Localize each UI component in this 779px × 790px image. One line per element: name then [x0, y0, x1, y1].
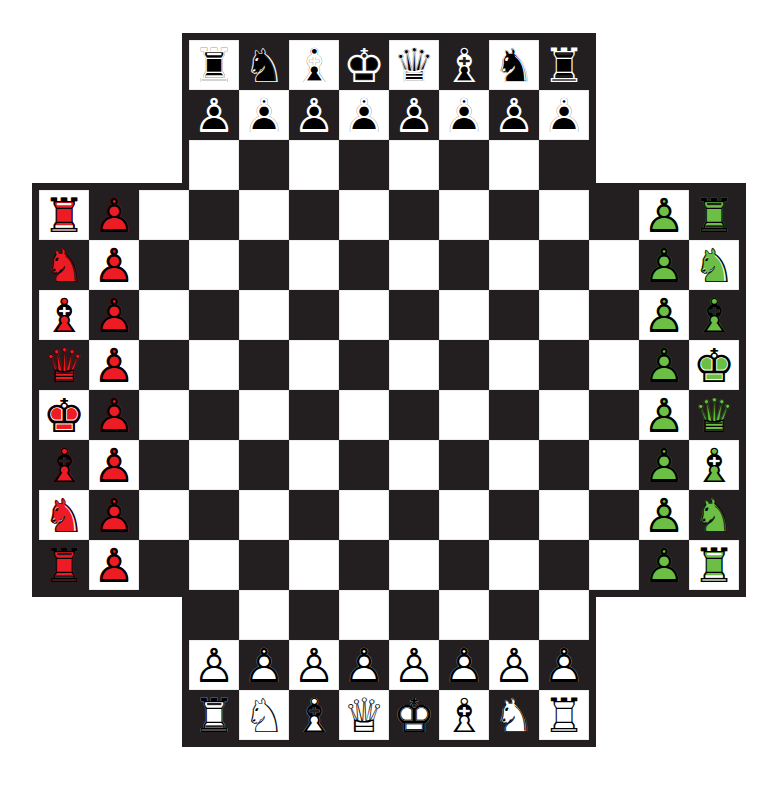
square-g7[interactable] [339, 390, 389, 440]
square-g9[interactable] [339, 290, 389, 340]
black-pawn[interactable]: ♟♙ [289, 90, 339, 140]
white-pawn[interactable]: ♟♙ [289, 640, 339, 690]
piece-fill-layer: ♟ [489, 640, 539, 690]
white-bishop[interactable]: ♝♗ [289, 690, 339, 740]
square-f3[interactable] [289, 590, 339, 640]
piece-outline-layer: ♙ [89, 490, 139, 540]
square-f7[interactable] [289, 390, 339, 440]
green-pawn[interactable]: ♟♙ [639, 490, 689, 540]
piece-fill-layer: ♝ [39, 290, 89, 340]
red-rook[interactable]: ♜♖ [39, 540, 89, 590]
piece-outline-layer: ♙ [639, 540, 689, 590]
square-i11[interactable] [439, 190, 489, 240]
board-cutout [89, 640, 139, 690]
piece-fill-layer: ♛ [689, 390, 739, 440]
square-k12[interactable] [539, 140, 589, 190]
square-b5[interactable]: ♟♙ [89, 490, 139, 540]
black-pawn[interactable]: ♟♙ [539, 90, 589, 140]
green-pawn[interactable]: ♟♙ [639, 290, 689, 340]
red-bishop[interactable]: ♝♗ [39, 290, 89, 340]
board-cutout [89, 90, 139, 140]
square-k13[interactable]: ♟♙ [539, 90, 589, 140]
square-l6[interactable] [589, 440, 639, 490]
white-rook[interactable]: ♜♖ [189, 690, 239, 740]
square-e6[interactable] [239, 440, 289, 490]
green-pawn[interactable]: ♟♙ [639, 540, 689, 590]
green-rook[interactable]: ♜♖ [689, 190, 739, 240]
square-i13[interactable]: ♟♙ [439, 90, 489, 140]
square-e8[interactable] [239, 340, 289, 390]
square-f13[interactable]: ♟♙ [289, 90, 339, 140]
piece-outline-layer: ♙ [639, 440, 689, 490]
white-pawn[interactable]: ♟♙ [389, 640, 439, 690]
square-g12[interactable] [339, 140, 389, 190]
square-f12[interactable] [289, 140, 339, 190]
red-pawn[interactable]: ♟♙ [89, 340, 139, 390]
square-f8[interactable] [289, 340, 339, 390]
square-j7[interactable] [489, 390, 539, 440]
piece-fill-layer: ♟ [389, 90, 439, 140]
square-j3[interactable] [489, 590, 539, 640]
square-k11[interactable] [539, 190, 589, 240]
square-k2[interactable]: ♟♙ [539, 640, 589, 690]
square-j10[interactable] [489, 240, 539, 290]
square-i6[interactable] [439, 440, 489, 490]
square-f14[interactable]: ♝♗ [289, 40, 339, 90]
square-c8[interactable] [139, 340, 189, 390]
square-l4[interactable] [589, 540, 639, 590]
square-c7[interactable] [139, 390, 189, 440]
square-i8[interactable] [439, 340, 489, 390]
square-h10[interactable] [389, 240, 439, 290]
piece-fill-layer: ♟ [339, 90, 389, 140]
square-l9[interactable] [589, 290, 639, 340]
piece-fill-layer: ♚ [39, 390, 89, 440]
square-g6[interactable] [339, 440, 389, 490]
square-b8[interactable]: ♟♙ [89, 340, 139, 390]
red-pawn[interactable]: ♟♙ [89, 240, 139, 290]
red-king[interactable]: ♚♔ [39, 390, 89, 440]
piece-outline-layer: ♗ [439, 690, 489, 740]
white-knight[interactable]: ♞♘ [239, 690, 289, 740]
white-pawn[interactable]: ♟♙ [439, 640, 489, 690]
piece-outline-layer: ♗ [39, 440, 89, 490]
board-cutout [589, 90, 639, 140]
piece-outline-layer: ♙ [489, 90, 539, 140]
square-h2[interactable]: ♟♙ [389, 640, 439, 690]
white-pawn[interactable]: ♟♙ [189, 640, 239, 690]
square-j8[interactable] [489, 340, 539, 390]
square-e9[interactable] [239, 290, 289, 340]
white-pawn[interactable]: ♟♙ [339, 640, 389, 690]
square-n8[interactable]: ♚♔ [689, 340, 739, 390]
square-g13[interactable]: ♟♙ [339, 90, 389, 140]
black-pawn[interactable]: ♟♙ [189, 90, 239, 140]
square-h1[interactable]: ♚♔ [389, 690, 439, 740]
square-d4[interactable] [189, 540, 239, 590]
red-pawn[interactable]: ♟♙ [89, 440, 139, 490]
piece-outline-layer: ♙ [289, 90, 339, 140]
square-e11[interactable] [239, 190, 289, 240]
square-b4[interactable]: ♟♙ [89, 540, 139, 590]
square-n5[interactable]: ♞♘ [689, 490, 739, 540]
board-cutout [639, 140, 689, 190]
square-d9[interactable] [189, 290, 239, 340]
square-k4[interactable] [539, 540, 589, 590]
board-cutout [39, 140, 89, 190]
square-b7[interactable]: ♟♙ [89, 390, 139, 440]
square-h3[interactable] [389, 590, 439, 640]
square-d5[interactable] [189, 490, 239, 540]
red-pawn[interactable]: ♟♙ [89, 540, 139, 590]
square-f9[interactable] [289, 290, 339, 340]
square-i10[interactable] [439, 240, 489, 290]
piece-fill-layer: ♞ [689, 490, 739, 540]
green-pawn[interactable]: ♟♙ [639, 190, 689, 240]
square-e2[interactable]: ♟♙ [239, 640, 289, 690]
square-h14[interactable]: ♛♕ [389, 40, 439, 90]
black-rook[interactable]: ♜♖ [189, 40, 239, 90]
square-j4[interactable] [489, 540, 539, 590]
piece-fill-layer: ♛ [339, 690, 389, 740]
piece-fill-layer: ♟ [339, 640, 389, 690]
piece-outline-layer: ♙ [89, 190, 139, 240]
piece-fill-layer: ♟ [639, 440, 689, 490]
square-d6[interactable] [189, 440, 239, 490]
piece-fill-layer: ♞ [39, 240, 89, 290]
square-h11[interactable] [389, 190, 439, 240]
board-cutout [139, 640, 189, 690]
black-pawn[interactable]: ♟♙ [489, 90, 539, 140]
square-i14[interactable]: ♝♗ [439, 40, 489, 90]
board-cutout [139, 590, 189, 640]
square-j6[interactable] [489, 440, 539, 490]
piece-fill-layer: ♟ [89, 340, 139, 390]
square-i3[interactable] [439, 590, 489, 640]
green-pawn[interactable]: ♟♙ [639, 340, 689, 390]
piece-fill-layer: ♟ [89, 190, 139, 240]
green-rook[interactable]: ♜♖ [689, 540, 739, 590]
square-j2[interactable]: ♟♙ [489, 640, 539, 690]
square-h4[interactable] [389, 540, 439, 590]
square-j5[interactable] [489, 490, 539, 540]
square-c6[interactable] [139, 440, 189, 490]
black-bishop[interactable]: ♝♗ [289, 40, 339, 90]
piece-fill-layer: ♟ [639, 340, 689, 390]
square-a4[interactable]: ♜♖ [39, 540, 89, 590]
square-g3[interactable] [339, 590, 389, 640]
square-n4[interactable]: ♜♖ [689, 540, 739, 590]
piece-fill-layer: ♚ [389, 690, 439, 740]
square-i1[interactable]: ♝♗ [439, 690, 489, 740]
piece-outline-layer: ♗ [689, 440, 739, 490]
black-king[interactable]: ♚♔ [339, 40, 389, 90]
piece-outline-layer: ♙ [89, 240, 139, 290]
square-k9[interactable] [539, 290, 589, 340]
green-pawn[interactable]: ♟♙ [639, 240, 689, 290]
square-a10[interactable]: ♞♘ [39, 240, 89, 290]
square-h9[interactable] [389, 290, 439, 340]
board-cutout [139, 690, 189, 740]
square-c9[interactable] [139, 290, 189, 340]
piece-fill-layer: ♝ [289, 40, 339, 90]
green-pawn[interactable]: ♟♙ [639, 440, 689, 490]
piece-outline-layer: ♖ [39, 540, 89, 590]
white-rook[interactable]: ♜♖ [539, 690, 589, 740]
square-a7[interactable]: ♚♔ [39, 390, 89, 440]
piece-fill-layer: ♝ [289, 690, 339, 740]
square-e7[interactable] [239, 390, 289, 440]
square-m5[interactable]: ♟♙ [639, 490, 689, 540]
square-d12[interactable] [189, 140, 239, 190]
piece-outline-layer: ♙ [439, 90, 489, 140]
green-knight[interactable]: ♞♘ [689, 240, 739, 290]
black-pawn[interactable]: ♟♙ [339, 90, 389, 140]
board-cutout [39, 690, 89, 740]
red-pawn[interactable]: ♟♙ [89, 490, 139, 540]
square-f2[interactable]: ♟♙ [289, 640, 339, 690]
square-d3[interactable] [189, 590, 239, 640]
square-c5[interactable] [139, 490, 189, 540]
square-m10[interactable]: ♟♙ [639, 240, 689, 290]
square-e4[interactable] [239, 540, 289, 590]
square-i9[interactable] [439, 290, 489, 340]
square-g5[interactable] [339, 490, 389, 540]
green-pawn[interactable]: ♟♙ [639, 390, 689, 440]
white-pawn[interactable]: ♟♙ [239, 640, 289, 690]
square-a5[interactable]: ♞♘ [39, 490, 89, 540]
square-f4[interactable] [289, 540, 339, 590]
square-a6[interactable]: ♝♗ [39, 440, 89, 490]
square-h7[interactable] [389, 390, 439, 440]
square-m11[interactable]: ♟♙ [639, 190, 689, 240]
board-cutout [89, 590, 139, 640]
square-c4[interactable] [139, 540, 189, 590]
red-bishop[interactable]: ♝♗ [39, 440, 89, 490]
piece-outline-layer: ♗ [39, 290, 89, 340]
square-l11[interactable] [589, 190, 639, 240]
square-j9[interactable] [489, 290, 539, 340]
piece-outline-layer: ♘ [689, 240, 739, 290]
piece-outline-layer: ♙ [639, 240, 689, 290]
square-d13[interactable]: ♟♙ [189, 90, 239, 140]
green-queen[interactable]: ♛♕ [689, 390, 739, 440]
black-knight[interactable]: ♞♘ [239, 40, 289, 90]
piece-fill-layer: ♟ [89, 440, 139, 490]
piece-fill-layer: ♜ [539, 690, 589, 740]
square-a11[interactable]: ♜♖ [39, 190, 89, 240]
white-pawn[interactable]: ♟♙ [489, 640, 539, 690]
square-d11[interactable] [189, 190, 239, 240]
red-knight[interactable]: ♞♘ [39, 490, 89, 540]
square-i7[interactable] [439, 390, 489, 440]
piece-fill-layer: ♟ [639, 490, 689, 540]
piece-outline-layer: ♕ [39, 340, 89, 390]
square-e10[interactable] [239, 240, 289, 290]
square-k8[interactable] [539, 340, 589, 390]
board-cutout [139, 140, 189, 190]
square-k3[interactable] [539, 590, 589, 640]
square-k10[interactable] [539, 240, 589, 290]
piece-outline-layer: ♗ [689, 290, 739, 340]
square-i4[interactable] [439, 540, 489, 590]
square-d14[interactable]: ♜♖ [189, 40, 239, 90]
square-f11[interactable] [289, 190, 339, 240]
red-pawn[interactable]: ♟♙ [89, 290, 139, 340]
square-e5[interactable] [239, 490, 289, 540]
square-j12[interactable] [489, 140, 539, 190]
square-e3[interactable] [239, 590, 289, 640]
square-k1[interactable]: ♜♖ [539, 690, 589, 740]
piece-outline-layer: ♔ [39, 390, 89, 440]
square-l5[interactable] [589, 490, 639, 540]
square-b6[interactable]: ♟♙ [89, 440, 139, 490]
square-c10[interactable] [139, 240, 189, 290]
square-l10[interactable] [589, 240, 639, 290]
green-bishop[interactable]: ♝♗ [689, 440, 739, 490]
square-n11[interactable]: ♜♖ [689, 190, 739, 240]
square-a9[interactable]: ♝♗ [39, 290, 89, 340]
green-knight[interactable]: ♞♘ [689, 490, 739, 540]
square-n9[interactable]: ♝♗ [689, 290, 739, 340]
white-bishop[interactable]: ♝♗ [439, 690, 489, 740]
square-d7[interactable] [189, 390, 239, 440]
square-g4[interactable] [339, 540, 389, 590]
square-k7[interactable] [539, 390, 589, 440]
square-n6[interactable]: ♝♗ [689, 440, 739, 490]
square-f10[interactable] [289, 240, 339, 290]
board-cutout [639, 40, 689, 90]
board-cutout [139, 90, 189, 140]
piece-fill-layer: ♟ [539, 90, 589, 140]
board-cutout [89, 40, 139, 90]
black-pawn[interactable]: ♟♙ [389, 90, 439, 140]
square-d1[interactable]: ♜♖ [189, 690, 239, 740]
square-m9[interactable]: ♟♙ [639, 290, 689, 340]
square-e14[interactable]: ♞♘ [239, 40, 289, 90]
square-h13[interactable]: ♟♙ [389, 90, 439, 140]
piece-fill-layer: ♟ [639, 540, 689, 590]
square-f5[interactable] [289, 490, 339, 540]
board-cutout [689, 690, 739, 740]
square-k5[interactable] [539, 490, 589, 540]
red-rook[interactable]: ♜♖ [39, 190, 89, 240]
red-pawn[interactable]: ♟♙ [89, 390, 139, 440]
red-pawn[interactable]: ♟♙ [89, 190, 139, 240]
square-i5[interactable] [439, 490, 489, 540]
square-h5[interactable] [389, 490, 439, 540]
piece-fill-layer: ♜ [689, 190, 739, 240]
board-cutout [39, 90, 89, 140]
board-cutout [689, 90, 739, 140]
square-f1[interactable]: ♝♗ [289, 690, 339, 740]
black-knight[interactable]: ♞♘ [489, 40, 539, 90]
piece-outline-layer: ♘ [489, 40, 539, 90]
square-j1[interactable]: ♞♘ [489, 690, 539, 740]
piece-outline-layer: ♔ [339, 40, 389, 90]
piece-fill-layer: ♜ [539, 40, 589, 90]
square-g2[interactable]: ♟♙ [339, 640, 389, 690]
piece-fill-layer: ♝ [39, 440, 89, 490]
square-g14[interactable]: ♚♔ [339, 40, 389, 90]
square-g10[interactable] [339, 240, 389, 290]
square-h8[interactable] [389, 340, 439, 390]
white-knight[interactable]: ♞♘ [489, 690, 539, 740]
board-cutout [639, 90, 689, 140]
square-k6[interactable] [539, 440, 589, 490]
square-a8[interactable]: ♛♕ [39, 340, 89, 390]
square-g1[interactable]: ♛♕ [339, 690, 389, 740]
white-king[interactable]: ♚♔ [389, 690, 439, 740]
square-j13[interactable]: ♟♙ [489, 90, 539, 140]
green-bishop[interactable]: ♝♗ [689, 290, 739, 340]
green-king[interactable]: ♚♔ [689, 340, 739, 390]
square-m4[interactable]: ♟♙ [639, 540, 689, 590]
square-e1[interactable]: ♞♘ [239, 690, 289, 740]
black-queen[interactable]: ♛♕ [389, 40, 439, 90]
piece-outline-layer: ♙ [189, 90, 239, 140]
piece-outline-layer: ♖ [689, 540, 739, 590]
square-g11[interactable] [339, 190, 389, 240]
board-cutout [589, 590, 639, 640]
board-cutout [589, 640, 639, 690]
square-l8[interactable] [589, 340, 639, 390]
square-d10[interactable] [189, 240, 239, 290]
piece-fill-layer: ♞ [489, 690, 539, 740]
square-h12[interactable] [389, 140, 439, 190]
square-e12[interactable] [239, 140, 289, 190]
square-j14[interactable]: ♞♘ [489, 40, 539, 90]
square-c11[interactable] [139, 190, 189, 240]
piece-fill-layer: ♝ [689, 440, 739, 490]
square-g8[interactable] [339, 340, 389, 390]
white-pawn[interactable]: ♟♙ [539, 640, 589, 690]
square-d8[interactable] [189, 340, 239, 390]
piece-outline-layer: ♘ [489, 690, 539, 740]
black-bishop[interactable]: ♝♗ [439, 40, 489, 90]
piece-fill-layer: ♟ [639, 390, 689, 440]
square-k14[interactable]: ♜♖ [539, 40, 589, 90]
black-pawn[interactable]: ♟♙ [439, 90, 489, 140]
square-m8[interactable]: ♟♙ [639, 340, 689, 390]
square-e13[interactable]: ♟♙ [239, 90, 289, 140]
square-b9[interactable]: ♟♙ [89, 290, 139, 340]
square-f6[interactable] [289, 440, 339, 490]
square-i12[interactable] [439, 140, 489, 190]
square-l7[interactable] [589, 390, 639, 440]
square-h6[interactable] [389, 440, 439, 490]
square-m6[interactable]: ♟♙ [639, 440, 689, 490]
square-n10[interactable]: ♞♘ [689, 240, 739, 290]
red-knight[interactable]: ♞♘ [39, 240, 89, 290]
board-cutout [589, 690, 639, 740]
square-n7[interactable]: ♛♕ [689, 390, 739, 440]
square-i2[interactable]: ♟♙ [439, 640, 489, 690]
board-cutout [89, 690, 139, 740]
square-j11[interactable] [489, 190, 539, 240]
board-cutout [689, 590, 739, 640]
square-m7[interactable]: ♟♙ [639, 390, 689, 440]
square-b10[interactable]: ♟♙ [89, 240, 139, 290]
black-pawn[interactable]: ♟♙ [239, 90, 289, 140]
square-d2[interactable]: ♟♙ [189, 640, 239, 690]
red-queen[interactable]: ♛♕ [39, 340, 89, 390]
white-queen[interactable]: ♛♕ [339, 690, 389, 740]
board-cutout [589, 140, 639, 190]
square-b11[interactable]: ♟♙ [89, 190, 139, 240]
black-rook[interactable]: ♜♖ [539, 40, 589, 90]
piece-fill-layer: ♟ [539, 640, 589, 690]
